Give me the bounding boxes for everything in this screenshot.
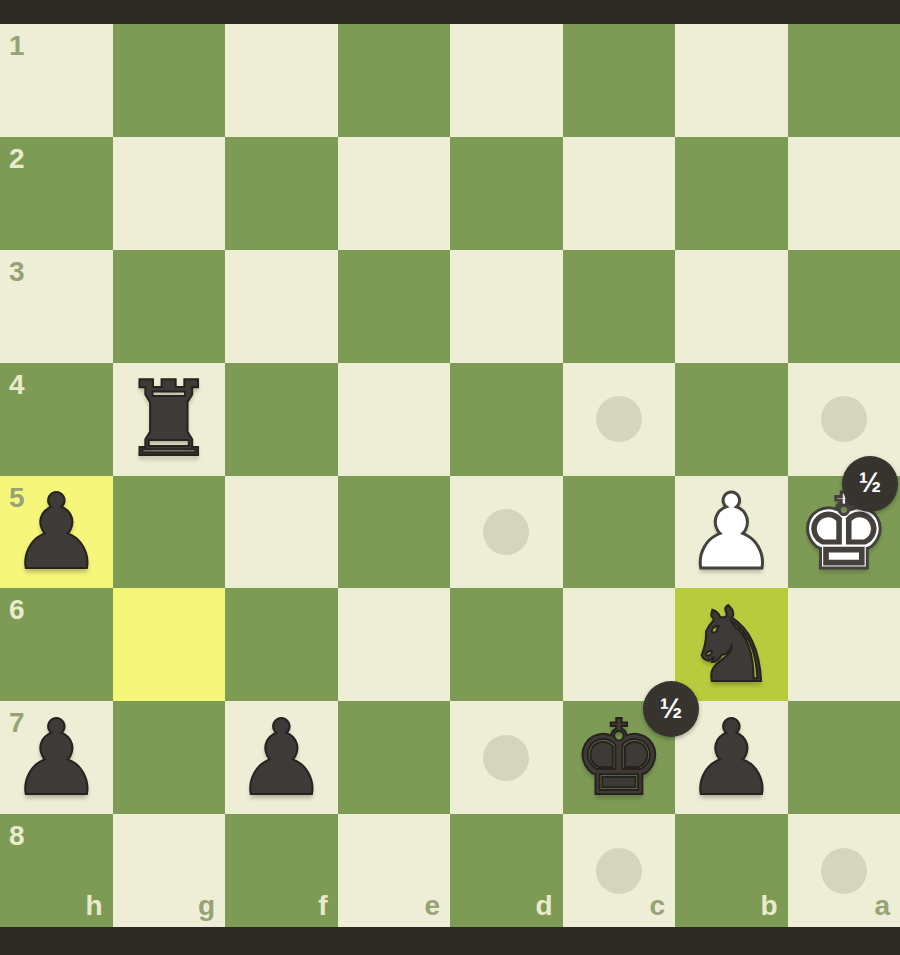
file-label-f: f [318,892,327,920]
square-g1[interactable] [113,24,226,137]
square-f1[interactable] [225,24,338,137]
file-label-a: a [874,892,890,920]
square-g5[interactable] [113,476,226,589]
chess-app-screen: 1234♜︎5♟︎♟︎♚︎½6♞︎7♟︎♟︎♚︎½♟︎8hgfedcba [0,0,900,955]
square-h7[interactable]: 7♟︎ [0,701,113,814]
file-label-d: d [535,892,552,920]
black-pawn[interactable]: ♟︎ [225,701,338,814]
square-g3[interactable] [113,250,226,363]
file-label-b: b [760,892,777,920]
white-pawn[interactable]: ♟︎ [675,476,788,589]
square-g6[interactable] [113,588,226,701]
square-e3[interactable] [338,250,451,363]
square-e7[interactable] [338,701,451,814]
square-d1[interactable] [450,24,563,137]
square-g8[interactable]: g [113,814,226,927]
square-d4[interactable] [450,363,563,476]
square-c3[interactable] [563,250,676,363]
square-a6[interactable] [788,588,900,701]
square-d5[interactable] [450,476,563,589]
black-rook[interactable]: ♜︎ [113,363,226,476]
draw-result-badge: ½ [643,681,699,737]
legal-move-dot-d7[interactable] [483,735,529,781]
draw-result-badge: ½ [842,456,898,512]
bottom-letterbox-bar [0,927,900,955]
square-g4[interactable]: ♜︎ [113,363,226,476]
square-b4[interactable] [675,363,788,476]
square-f6[interactable] [225,588,338,701]
file-label-e: e [424,892,440,920]
square-d3[interactable] [450,250,563,363]
square-h8[interactable]: 8h [0,814,113,927]
square-e8[interactable]: e [338,814,451,927]
rank-label-3: 3 [9,258,25,286]
square-e1[interactable] [338,24,451,137]
square-f7[interactable]: ♟︎ [225,701,338,814]
rank-label-2: 2 [9,145,25,173]
square-c7[interactable]: ♚︎½ [563,701,676,814]
square-d2[interactable] [450,137,563,250]
square-b8[interactable]: b [675,814,788,927]
square-b3[interactable] [675,250,788,363]
square-a3[interactable] [788,250,900,363]
legal-move-dot-a4[interactable] [821,396,867,442]
square-g2[interactable] [113,137,226,250]
black-pawn[interactable]: ♟︎ [0,701,113,814]
square-h5[interactable]: 5♟︎ [0,476,113,589]
square-b5[interactable]: ♟︎ [675,476,788,589]
rank-label-4: 4 [9,371,25,399]
square-h2[interactable]: 2 [0,137,113,250]
square-g7[interactable] [113,701,226,814]
square-h6[interactable]: 6 [0,588,113,701]
chess-board[interactable]: 1234♜︎5♟︎♟︎♚︎½6♞︎7♟︎♟︎♚︎½♟︎8hgfedcba [0,24,900,927]
square-e6[interactable] [338,588,451,701]
square-a5[interactable]: ♚︎½ [788,476,900,589]
rank-label-8: 8 [9,822,25,850]
square-c1[interactable] [563,24,676,137]
legal-move-dot-d5[interactable] [483,509,529,555]
square-c2[interactable] [563,137,676,250]
square-f4[interactable] [225,363,338,476]
square-f3[interactable] [225,250,338,363]
square-a8[interactable]: a [788,814,900,927]
square-h1[interactable]: 1 [0,24,113,137]
square-b2[interactable] [675,137,788,250]
square-e4[interactable] [338,363,451,476]
top-letterbox-bar [0,0,900,24]
square-c8[interactable]: c [563,814,676,927]
square-b6[interactable]: ♞︎ [675,588,788,701]
square-f5[interactable] [225,476,338,589]
rank-label-6: 6 [9,596,25,624]
square-e5[interactable] [338,476,451,589]
square-d8[interactable]: d [450,814,563,927]
legal-move-dot-c8[interactable] [596,848,642,894]
file-label-g: g [198,892,215,920]
black-knight[interactable]: ♞︎ [675,588,788,701]
file-label-c: c [649,892,665,920]
square-d7[interactable] [450,701,563,814]
legal-move-dot-c4[interactable] [596,396,642,442]
legal-move-dot-a8[interactable] [821,848,867,894]
square-a1[interactable] [788,24,900,137]
square-c4[interactable] [563,363,676,476]
square-a7[interactable] [788,701,900,814]
square-h3[interactable]: 3 [0,250,113,363]
rank-label-1: 1 [9,32,25,60]
square-c5[interactable] [563,476,676,589]
file-label-h: h [85,892,102,920]
square-a2[interactable] [788,137,900,250]
square-b1[interactable] [675,24,788,137]
square-d6[interactable] [450,588,563,701]
square-h4[interactable]: 4 [0,363,113,476]
square-e2[interactable] [338,137,451,250]
black-pawn[interactable]: ♟︎ [0,476,113,589]
square-f8[interactable]: f [225,814,338,927]
square-f2[interactable] [225,137,338,250]
